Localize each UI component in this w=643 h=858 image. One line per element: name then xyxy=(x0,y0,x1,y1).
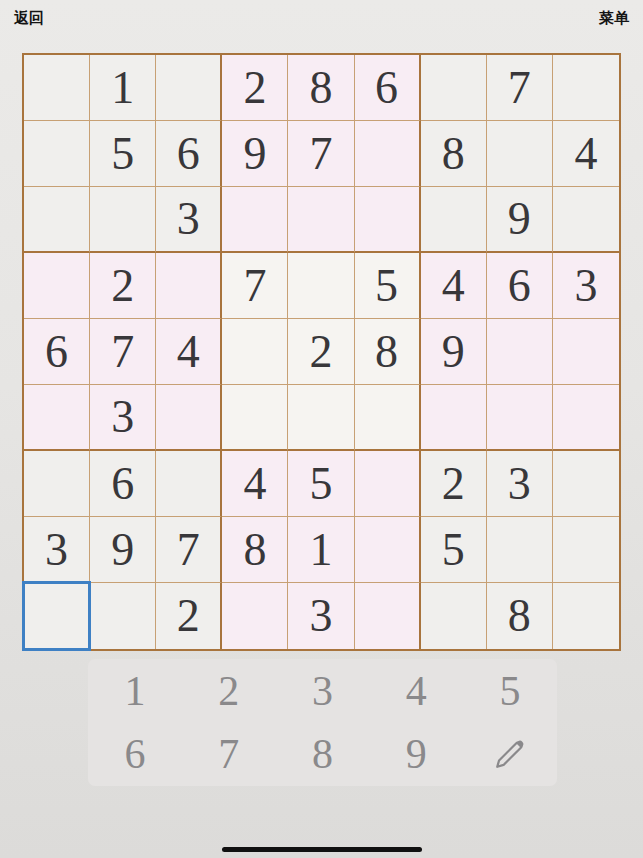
cell-r5c3[interactable]: 4 xyxy=(156,319,222,385)
cell-r1c1[interactable] xyxy=(24,55,90,121)
menu-button[interactable]: 菜单 xyxy=(599,10,629,25)
key-1[interactable]: 1 xyxy=(88,659,182,723)
sudoku-board: 1286756978439275463674289364523397815238 xyxy=(22,53,621,651)
navbar: 返回 菜单 xyxy=(0,0,643,34)
cell-r1c9[interactable] xyxy=(553,55,619,121)
cell-r2c3[interactable]: 6 xyxy=(156,121,222,187)
cell-r7c4[interactable]: 4 xyxy=(222,451,288,517)
cell-r7c6[interactable] xyxy=(355,451,421,517)
cell-r1c8[interactable]: 7 xyxy=(487,55,553,121)
cell-r6c3[interactable] xyxy=(156,385,222,451)
cell-r4c1[interactable] xyxy=(24,253,90,319)
cell-r5c5[interactable]: 2 xyxy=(288,319,354,385)
key-5[interactable]: 5 xyxy=(463,659,557,723)
cell-r8c9[interactable] xyxy=(553,517,619,583)
cell-r7c8[interactable]: 3 xyxy=(487,451,553,517)
cell-r5c9[interactable] xyxy=(553,319,619,385)
cell-r9c9[interactable] xyxy=(553,583,619,649)
cell-r5c4[interactable] xyxy=(222,319,288,385)
cell-r4c2[interactable]: 2 xyxy=(90,253,156,319)
key-8[interactable]: 8 xyxy=(276,723,370,787)
cell-r1c4[interactable]: 2 xyxy=(222,55,288,121)
cell-r4c6[interactable]: 5 xyxy=(355,253,421,319)
cell-r4c9[interactable]: 3 xyxy=(553,253,619,319)
cell-r1c7[interactable] xyxy=(421,55,487,121)
cell-r8c6[interactable] xyxy=(355,517,421,583)
cell-r9c4[interactable] xyxy=(222,583,288,649)
cell-r6c1[interactable] xyxy=(24,385,90,451)
cell-r9c7[interactable] xyxy=(421,583,487,649)
cell-r6c7[interactable] xyxy=(421,385,487,451)
cell-r4c4[interactable]: 7 xyxy=(222,253,288,319)
cell-r4c8[interactable]: 6 xyxy=(487,253,553,319)
cell-r8c3[interactable]: 7 xyxy=(156,517,222,583)
cell-r1c5[interactable]: 8 xyxy=(288,55,354,121)
cell-r7c9[interactable] xyxy=(553,451,619,517)
cell-r3c2[interactable] xyxy=(90,187,156,253)
cell-r5c7[interactable]: 9 xyxy=(421,319,487,385)
cell-r7c1[interactable] xyxy=(24,451,90,517)
cell-r6c8[interactable] xyxy=(487,385,553,451)
cell-r2c1[interactable] xyxy=(24,121,90,187)
cell-r9c1[interactable] xyxy=(24,583,90,649)
cell-r2c6[interactable] xyxy=(355,121,421,187)
back-button[interactable]: 返回 xyxy=(14,10,44,25)
pencil-icon xyxy=(492,736,528,772)
key-3[interactable]: 3 xyxy=(276,659,370,723)
cell-r5c1[interactable]: 6 xyxy=(24,319,90,385)
cell-r3c9[interactable] xyxy=(553,187,619,253)
cell-r2c9[interactable]: 4 xyxy=(553,121,619,187)
cell-r3c3[interactable]: 3 xyxy=(156,187,222,253)
key-6[interactable]: 6 xyxy=(88,723,182,787)
cell-r9c2[interactable] xyxy=(90,583,156,649)
pencil-toggle-button[interactable] xyxy=(463,723,557,787)
cell-r8c7[interactable]: 5 xyxy=(421,517,487,583)
cell-r2c4[interactable]: 9 xyxy=(222,121,288,187)
cell-r8c5[interactable]: 1 xyxy=(288,517,354,583)
key-2[interactable]: 2 xyxy=(182,659,276,723)
cell-r7c5[interactable]: 5 xyxy=(288,451,354,517)
cell-r3c6[interactable] xyxy=(355,187,421,253)
cell-r9c3[interactable]: 2 xyxy=(156,583,222,649)
cell-r3c7[interactable] xyxy=(421,187,487,253)
cell-r4c7[interactable]: 4 xyxy=(421,253,487,319)
cell-r3c5[interactable] xyxy=(288,187,354,253)
cell-r6c2[interactable]: 3 xyxy=(90,385,156,451)
cell-r6c6[interactable] xyxy=(355,385,421,451)
cell-r6c9[interactable] xyxy=(553,385,619,451)
cell-r7c3[interactable] xyxy=(156,451,222,517)
cell-r5c8[interactable] xyxy=(487,319,553,385)
cell-r1c3[interactable] xyxy=(156,55,222,121)
cell-r1c6[interactable]: 6 xyxy=(355,55,421,121)
key-7[interactable]: 7 xyxy=(182,723,276,787)
cell-r7c7[interactable]: 2 xyxy=(421,451,487,517)
cell-r6c4[interactable] xyxy=(222,385,288,451)
cell-r1c2[interactable]: 1 xyxy=(90,55,156,121)
cell-r2c8[interactable] xyxy=(487,121,553,187)
cell-r2c7[interactable]: 8 xyxy=(421,121,487,187)
cell-r5c2[interactable]: 7 xyxy=(90,319,156,385)
home-indicator[interactable] xyxy=(222,847,422,852)
cell-r8c4[interactable]: 8 xyxy=(222,517,288,583)
cell-r7c2[interactable]: 6 xyxy=(90,451,156,517)
cell-r8c8[interactable] xyxy=(487,517,553,583)
cell-r9c5[interactable]: 3 xyxy=(288,583,354,649)
cell-r3c4[interactable] xyxy=(222,187,288,253)
cell-r4c3[interactable] xyxy=(156,253,222,319)
cell-r9c8[interactable]: 8 xyxy=(487,583,553,649)
cell-r8c1[interactable]: 3 xyxy=(24,517,90,583)
number-keypad: 123456789 xyxy=(88,659,557,786)
cell-r6c5[interactable] xyxy=(288,385,354,451)
cell-r3c1[interactable] xyxy=(24,187,90,253)
cell-r2c2[interactable]: 5 xyxy=(90,121,156,187)
cell-r4c5[interactable] xyxy=(288,253,354,319)
cell-r5c6[interactable]: 8 xyxy=(355,319,421,385)
cell-r3c8[interactable]: 9 xyxy=(487,187,553,253)
cell-r2c5[interactable]: 7 xyxy=(288,121,354,187)
key-4[interactable]: 4 xyxy=(369,659,463,723)
cell-r9c6[interactable] xyxy=(355,583,421,649)
cell-r8c2[interactable]: 9 xyxy=(90,517,156,583)
key-9[interactable]: 9 xyxy=(369,723,463,787)
